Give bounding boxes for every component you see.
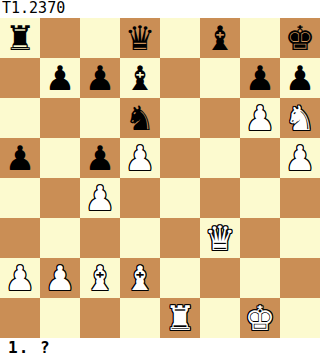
square-a2[interactable]: ♟	[0, 258, 40, 298]
square-b7[interactable]: ♟	[40, 58, 80, 98]
square-c1[interactable]	[80, 298, 120, 338]
square-f1[interactable]	[200, 298, 240, 338]
square-g4[interactable]	[240, 178, 280, 218]
square-c6[interactable]	[80, 98, 120, 138]
black-pawn: ♟	[85, 58, 115, 98]
white-pawn: ♟	[285, 138, 315, 178]
black-pawn: ♟	[85, 138, 115, 178]
white-pawn: ♟	[5, 258, 35, 298]
square-f3[interactable]: ♛	[200, 218, 240, 258]
puzzle-id: T1.2370	[0, 0, 320, 18]
white-rook: ♜	[165, 298, 195, 338]
white-knight: ♞	[285, 98, 315, 138]
black-pawn: ♟	[5, 138, 35, 178]
square-b2[interactable]: ♟	[40, 258, 80, 298]
square-h7[interactable]: ♟	[280, 58, 320, 98]
square-b1[interactable]	[40, 298, 80, 338]
black-pawn: ♟	[45, 58, 75, 98]
square-d2[interactable]: ♝	[120, 258, 160, 298]
white-queen: ♛	[205, 218, 235, 258]
square-a6[interactable]	[0, 98, 40, 138]
white-king: ♚	[245, 298, 275, 338]
square-g1[interactable]: ♚	[240, 298, 280, 338]
square-c5[interactable]: ♟	[80, 138, 120, 178]
black-pawn: ♟	[285, 58, 315, 98]
square-g7[interactable]: ♟	[240, 58, 280, 98]
move-prompt-text: 1. ?	[8, 338, 51, 357]
black-king: ♚	[285, 18, 315, 58]
square-d7[interactable]: ♝	[120, 58, 160, 98]
square-h5[interactable]: ♟	[280, 138, 320, 178]
square-a1[interactable]	[0, 298, 40, 338]
square-g2[interactable]	[240, 258, 280, 298]
square-a7[interactable]	[0, 58, 40, 98]
square-h1[interactable]	[280, 298, 320, 338]
square-b5[interactable]	[40, 138, 80, 178]
square-e6[interactable]	[160, 98, 200, 138]
square-f8[interactable]: ♝	[200, 18, 240, 58]
square-c3[interactable]	[80, 218, 120, 258]
square-h3[interactable]	[280, 218, 320, 258]
white-bishop: ♝	[85, 258, 115, 298]
square-b3[interactable]	[40, 218, 80, 258]
square-f4[interactable]	[200, 178, 240, 218]
square-b6[interactable]	[40, 98, 80, 138]
black-queen: ♛	[125, 18, 155, 58]
square-d1[interactable]	[120, 298, 160, 338]
square-f6[interactable]	[200, 98, 240, 138]
square-c7[interactable]: ♟	[80, 58, 120, 98]
square-h6[interactable]: ♞	[280, 98, 320, 138]
square-e4[interactable]	[160, 178, 200, 218]
square-e3[interactable]	[160, 218, 200, 258]
square-a4[interactable]	[0, 178, 40, 218]
square-d8[interactable]: ♛	[120, 18, 160, 58]
move-prompt: 1. ?	[0, 338, 320, 360]
square-b8[interactable]	[40, 18, 80, 58]
square-e8[interactable]	[160, 18, 200, 58]
square-d5[interactable]: ♟	[120, 138, 160, 178]
square-b4[interactable]	[40, 178, 80, 218]
white-pawn: ♟	[45, 258, 75, 298]
square-d3[interactable]	[120, 218, 160, 258]
white-pawn: ♟	[85, 178, 115, 218]
square-h4[interactable]	[280, 178, 320, 218]
white-pawn: ♟	[245, 98, 275, 138]
square-e1[interactable]: ♜	[160, 298, 200, 338]
square-a5[interactable]: ♟	[0, 138, 40, 178]
square-c2[interactable]: ♝	[80, 258, 120, 298]
chess-board: ♜♛♝♚♟♟♝♟♟♞♟♞♟♟♟♟♟♛♟♟♝♝♜♚	[0, 18, 320, 338]
square-d6[interactable]: ♞	[120, 98, 160, 138]
square-g8[interactable]	[240, 18, 280, 58]
square-e5[interactable]	[160, 138, 200, 178]
white-pawn: ♟	[125, 138, 155, 178]
square-c4[interactable]: ♟	[80, 178, 120, 218]
black-knight: ♞	[125, 98, 155, 138]
square-g3[interactable]	[240, 218, 280, 258]
square-f5[interactable]	[200, 138, 240, 178]
square-g5[interactable]	[240, 138, 280, 178]
square-a8[interactable]: ♜	[0, 18, 40, 58]
white-bishop: ♝	[125, 258, 155, 298]
square-e2[interactable]	[160, 258, 200, 298]
square-e7[interactable]	[160, 58, 200, 98]
black-bishop: ♝	[205, 18, 235, 58]
black-rook: ♜	[5, 18, 35, 58]
black-bishop: ♝	[125, 58, 155, 98]
square-f7[interactable]	[200, 58, 240, 98]
square-c8[interactable]	[80, 18, 120, 58]
square-d4[interactable]	[120, 178, 160, 218]
square-f2[interactable]	[200, 258, 240, 298]
square-h2[interactable]	[280, 258, 320, 298]
square-g6[interactable]: ♟	[240, 98, 280, 138]
puzzle-id-text: T1.2370	[2, 0, 65, 17]
black-pawn: ♟	[245, 58, 275, 98]
square-h8[interactable]: ♚	[280, 18, 320, 58]
square-a3[interactable]	[0, 218, 40, 258]
